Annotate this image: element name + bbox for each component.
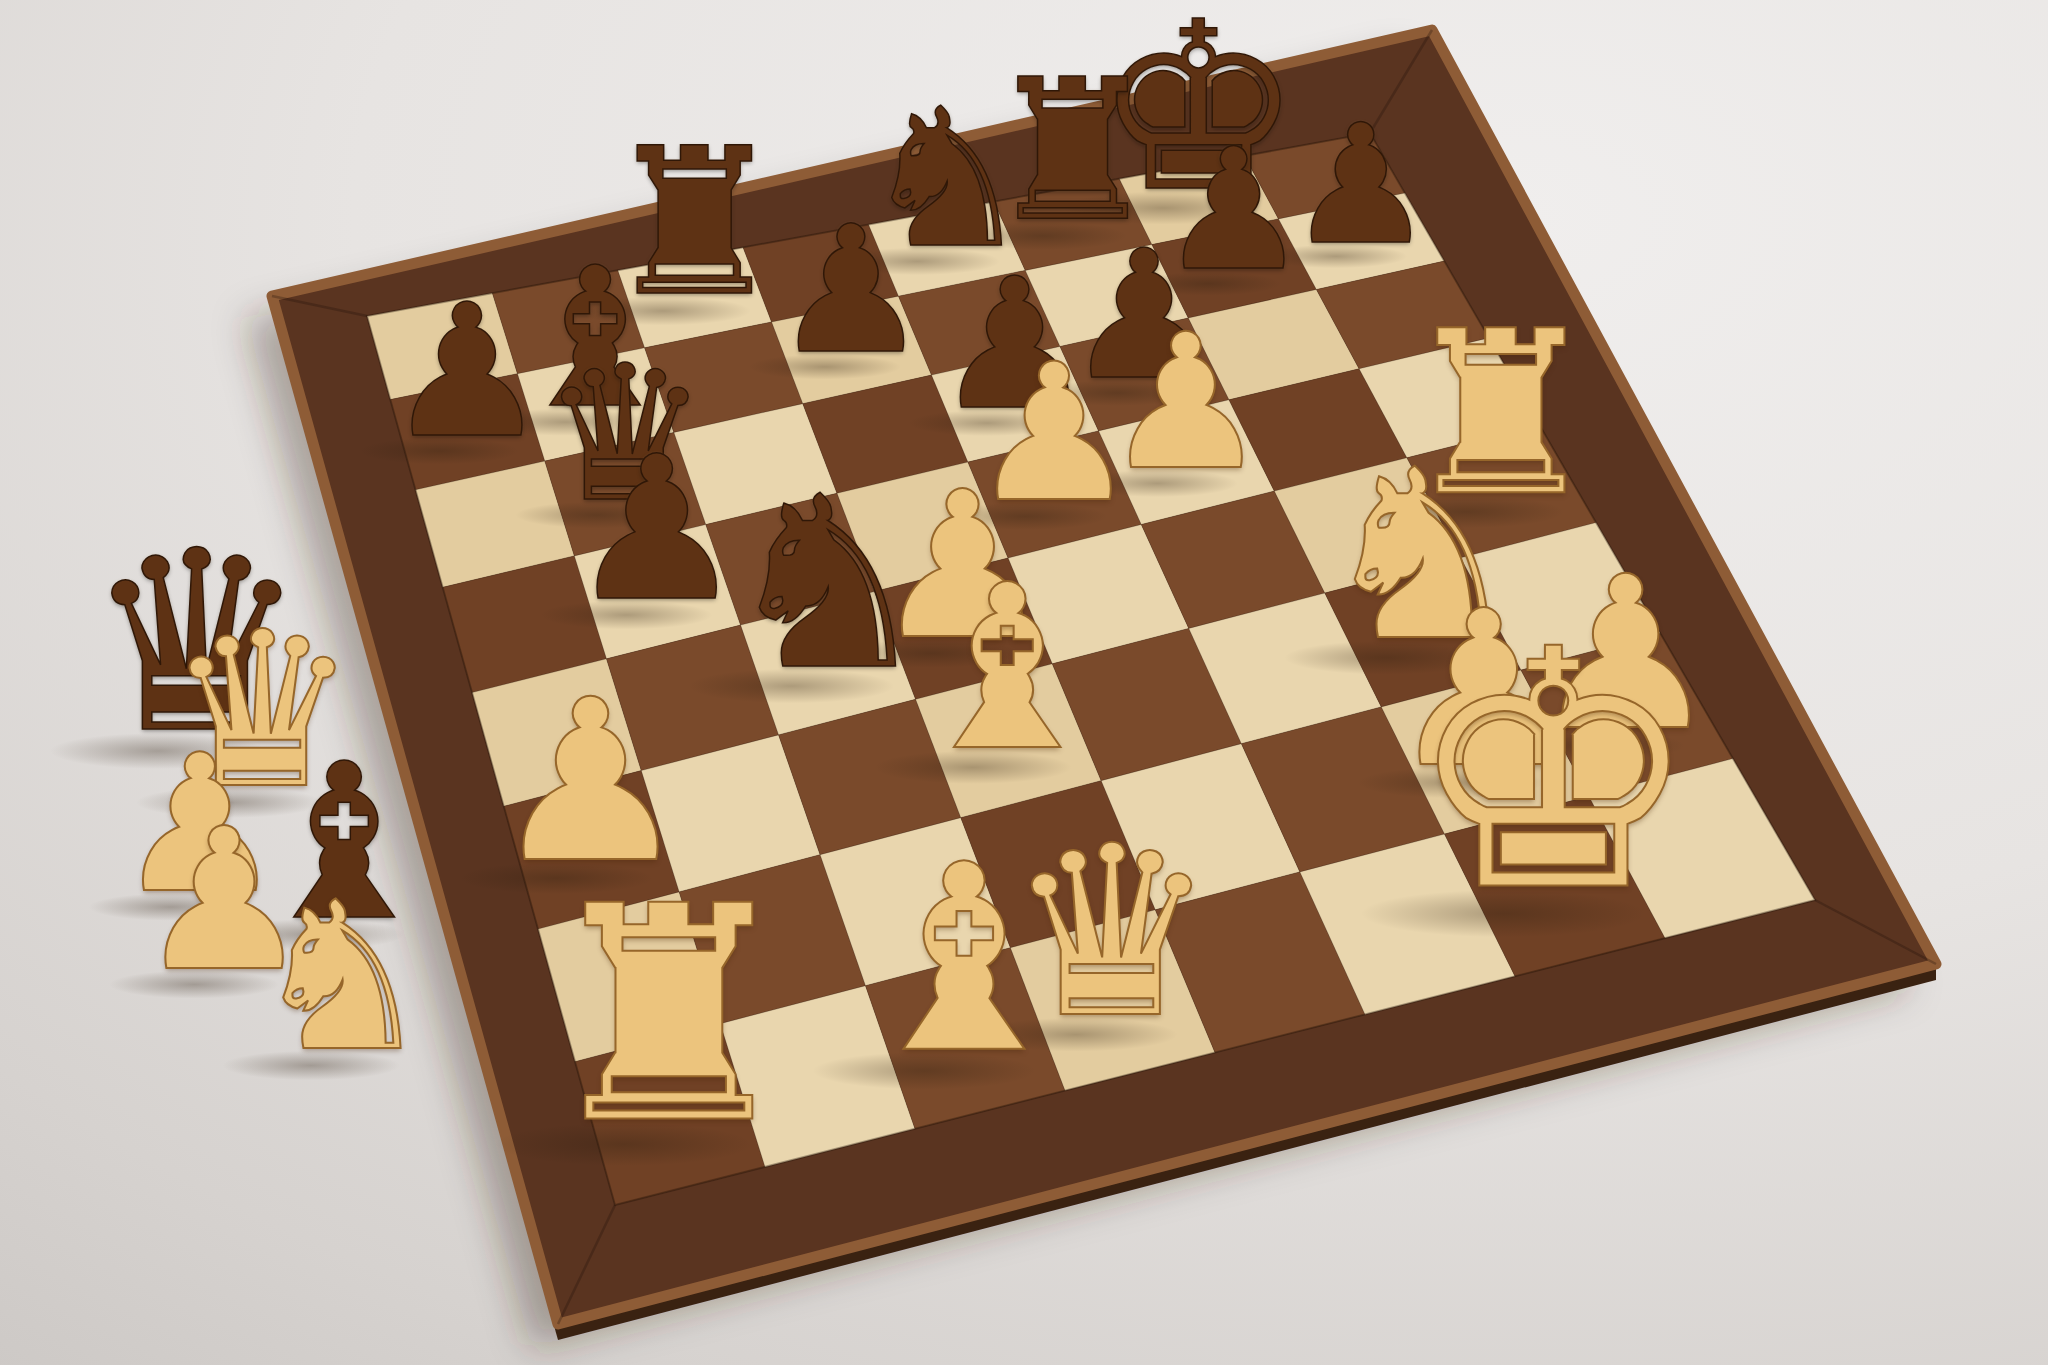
piece-white-rook-a1: ♜ bbox=[536, 868, 802, 1165]
piece-glyph: ♝ bbox=[848, 831, 1079, 1089]
piece-black-knight-c4: ♞ bbox=[721, 465, 934, 703]
piece-glyph: ♟ bbox=[568, 430, 746, 629]
piece-glyph: ♜ bbox=[536, 868, 802, 1165]
piece-glyph: ♞ bbox=[250, 875, 434, 1080]
piece-white-bishop-c1: ♝ bbox=[848, 831, 1079, 1089]
piece-glyph: ♝ bbox=[905, 556, 1109, 784]
piece-white-bishop-d3: ♝ bbox=[905, 556, 1109, 784]
piece-black-pawn-d7: ♟ bbox=[772, 204, 929, 380]
piece-black-pawn-h7: ♟ bbox=[1287, 102, 1435, 267]
tray-piece-white-knight: ♞ bbox=[250, 875, 434, 1080]
piece-glyph: ♚ bbox=[1406, 607, 1701, 937]
piece-glyph: ♟ bbox=[1287, 102, 1435, 267]
piece-black-pawn-a7: ♟ bbox=[385, 280, 550, 464]
piece-glyph: ♟ bbox=[385, 280, 550, 464]
piece-glyph: ♟ bbox=[772, 204, 929, 380]
chess-set-photo: ♜♞♜♚♟♝♟♟♟♛♟♟♟♟♟♞♟♜♟♝♞♟♟♜♝♛♚♛♛♟♟♝♞ bbox=[0, 0, 2048, 1365]
piece-white-king-g1: ♚ bbox=[1406, 607, 1701, 937]
piece-black-pawn-b5: ♟ bbox=[568, 430, 746, 629]
piece-glyph: ♞ bbox=[721, 465, 934, 703]
